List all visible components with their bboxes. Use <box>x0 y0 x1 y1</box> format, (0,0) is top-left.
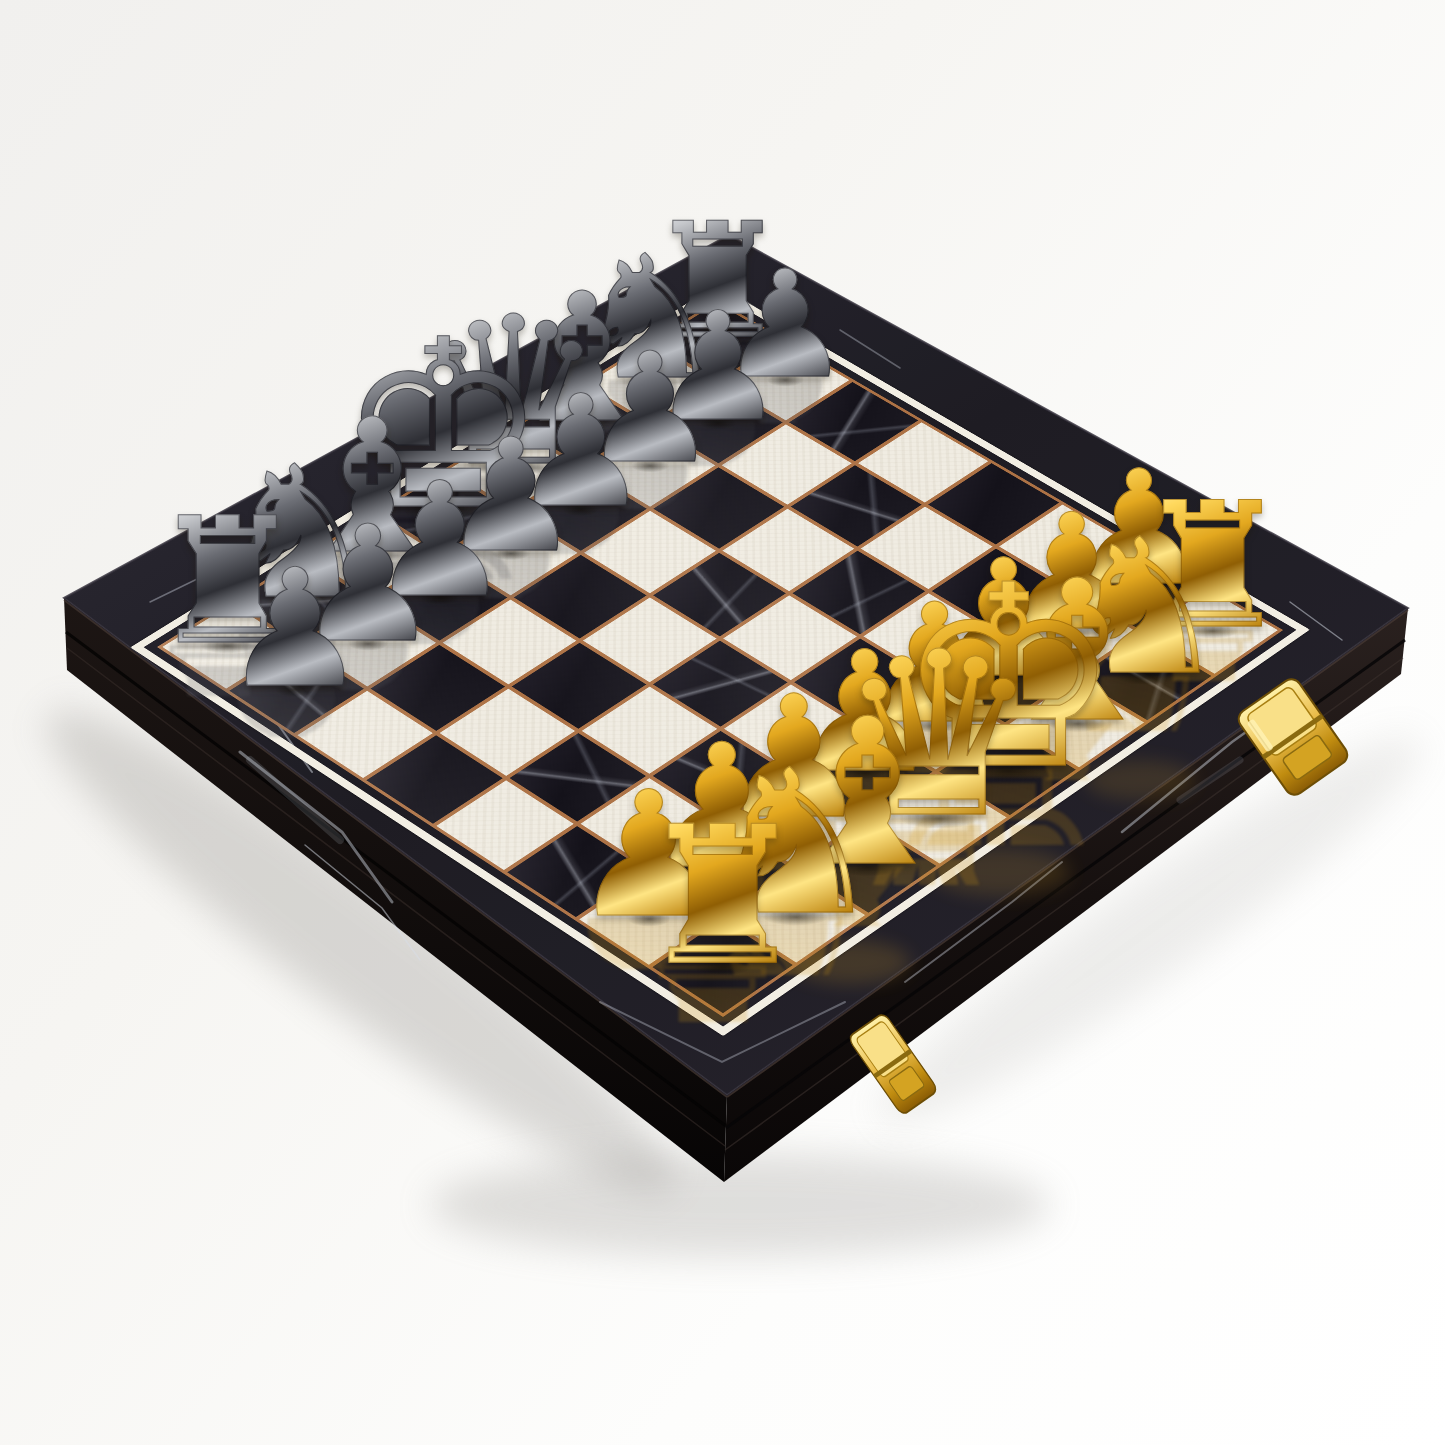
chess-set-product-photo: ♜♜♞♞♝♝♚♚♛♛♝♝♞♞♜♜♟♟♟♟♟♟♟♟♟♟♟♟♟♟♟♟♜♜♞♞♝♝♛♛… <box>0 0 1445 1445</box>
